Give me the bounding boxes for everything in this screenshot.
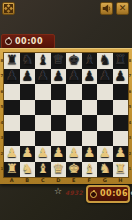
fullscreen-expand-icon <box>4 4 13 13</box>
square-h3[interactable] <box>113 131 129 147</box>
chess-board: 87654321 87654321 ♜♞♝♛♚♝♞♜♟♟♟♟♟♟♟♟♟♟♟♟♟♟… <box>0 48 132 184</box>
square-f1[interactable]: ♝ <box>82 162 98 178</box>
white-pawn[interactable]: ♟ <box>37 146 49 159</box>
square-e6[interactable] <box>66 84 82 100</box>
square-g2[interactable]: ♟ <box>97 146 113 162</box>
black-pawn[interactable]: ♟ <box>83 69 95 82</box>
square-c2[interactable]: ♟ <box>35 146 51 162</box>
square-a2[interactable]: ♟ <box>4 146 20 162</box>
white-king-indicator-icon: ♚ <box>130 189 132 199</box>
sound-button[interactable] <box>100 2 113 15</box>
white-pawn[interactable]: ♟ <box>114 146 126 159</box>
score-value: 4932 <box>65 189 83 196</box>
black-pawn[interactable]: ♟ <box>99 69 111 82</box>
rank-label-3: 3 <box>128 131 132 147</box>
square-c3[interactable] <box>35 131 51 147</box>
rank-label-8: 8 <box>128 53 132 69</box>
square-e7[interactable]: ♟ <box>66 69 82 85</box>
black-pawn[interactable]: ♟ <box>21 69 33 82</box>
square-h8[interactable]: ♜ <box>113 53 129 69</box>
square-b1[interactable]: ♞ <box>20 162 36 178</box>
white-pawn[interactable]: ♟ <box>52 146 64 159</box>
white-timer: 00:06 ♚ <box>86 185 130 203</box>
speaker-icon <box>102 4 111 13</box>
square-e5[interactable] <box>66 100 82 116</box>
square-e4[interactable] <box>66 115 82 131</box>
chess-app: ✕ 00:00 87654321 87654321 ♜♞♝♛♚♝♞♜♟♟♟♟♟♟… <box>0 0 132 220</box>
black-knight[interactable]: ♞ <box>21 53 33 66</box>
square-g1[interactable]: ♞ <box>97 162 113 178</box>
rank-label-5: 5 <box>128 100 132 116</box>
black-queen[interactable]: ♛ <box>52 53 64 66</box>
white-pawn[interactable]: ♟ <box>68 146 80 159</box>
stopwatch-icon <box>90 191 97 198</box>
square-a3[interactable] <box>4 131 20 147</box>
white-bishop[interactable]: ♝ <box>83 162 95 175</box>
square-b4[interactable] <box>20 115 36 131</box>
square-a6[interactable] <box>4 84 20 100</box>
white-queen[interactable]: ♛ <box>52 162 64 175</box>
rank-label-6: 6 <box>128 84 132 100</box>
square-f7[interactable]: ♟ <box>82 69 98 85</box>
square-d4[interactable] <box>51 115 67 131</box>
rank-labels-right: 87654321 <box>128 53 132 177</box>
file-label-f: F <box>82 176 98 184</box>
square-b2[interactable]: ♟ <box>20 146 36 162</box>
stopwatch-icon <box>5 38 12 45</box>
square-a5[interactable] <box>4 100 20 116</box>
square-e8[interactable]: ♚ <box>66 53 82 69</box>
black-pawn[interactable]: ♟ <box>52 69 64 82</box>
square-f6[interactable] <box>82 84 98 100</box>
file-label-h: H <box>113 176 129 184</box>
black-pawn[interactable]: ♟ <box>37 69 49 82</box>
square-d8[interactable]: ♛ <box>51 53 67 69</box>
square-d1[interactable]: ♛ <box>51 162 67 178</box>
white-pawn[interactable]: ♟ <box>6 146 18 159</box>
black-timer: 00:00 <box>1 34 55 49</box>
black-pawn[interactable]: ♟ <box>114 69 126 82</box>
square-a4[interactable] <box>4 115 20 131</box>
square-a1[interactable]: ♜ <box>4 162 20 178</box>
square-c5[interactable] <box>35 100 51 116</box>
square-g4[interactable] <box>97 115 113 131</box>
file-label-c: C <box>35 176 51 184</box>
square-d3[interactable] <box>51 131 67 147</box>
white-knight[interactable]: ♞ <box>99 162 111 175</box>
square-c7[interactable]: ♟ <box>35 69 51 85</box>
black-pawn[interactable]: ♟ <box>68 69 80 82</box>
white-rook[interactable]: ♜ <box>114 162 126 175</box>
black-pawn[interactable]: ♟ <box>6 69 18 82</box>
square-h7[interactable]: ♟ <box>113 69 129 85</box>
square-b8[interactable]: ♞ <box>20 53 36 69</box>
black-bishop[interactable]: ♝ <box>37 53 49 66</box>
square-e3[interactable] <box>66 131 82 147</box>
white-timer-value: 00:06 <box>100 190 128 198</box>
square-c4[interactable] <box>35 115 51 131</box>
square-d2[interactable]: ♟ <box>51 146 67 162</box>
black-bishop[interactable]: ♝ <box>83 53 95 66</box>
square-b6[interactable] <box>20 84 36 100</box>
white-pawn[interactable]: ♟ <box>21 146 33 159</box>
close-button[interactable]: ✕ <box>116 2 129 15</box>
square-h4[interactable] <box>113 115 129 131</box>
rank-label-2: 2 <box>128 146 132 162</box>
square-f4[interactable] <box>82 115 98 131</box>
white-king[interactable]: ♚ <box>68 162 80 175</box>
white-pawn[interactable]: ♟ <box>99 146 111 159</box>
black-rook[interactable]: ♜ <box>6 53 18 66</box>
rank-label-7: 7 <box>128 69 132 85</box>
square-a7[interactable]: ♟ <box>4 69 20 85</box>
square-g8[interactable]: ♞ <box>97 53 113 69</box>
black-timer-value: 00:00 <box>15 38 43 46</box>
black-king[interactable]: ♚ <box>68 53 80 66</box>
square-a8[interactable]: ♜ <box>4 53 20 69</box>
square-b7[interactable]: ♟ <box>20 69 36 85</box>
square-g7[interactable]: ♟ <box>97 69 113 85</box>
square-e2[interactable]: ♟ <box>66 146 82 162</box>
file-label-a: A <box>4 176 20 184</box>
square-d5[interactable] <box>51 100 67 116</box>
square-f3[interactable] <box>82 131 98 147</box>
square-f5[interactable] <box>82 100 98 116</box>
square-g3[interactable] <box>97 131 113 147</box>
rank-label-4: 4 <box>128 115 132 131</box>
square-g5[interactable] <box>97 100 113 116</box>
square-f8[interactable]: ♝ <box>82 53 98 69</box>
close-icon: ✕ <box>119 4 127 13</box>
square-h6[interactable] <box>113 84 129 100</box>
star-icon: ☆ <box>54 187 62 196</box>
file-label-g: G <box>97 176 113 184</box>
black-rook[interactable]: ♜ <box>114 53 126 66</box>
square-c1[interactable]: ♝ <box>35 162 51 178</box>
square-d7[interactable]: ♟ <box>51 69 67 85</box>
square-f2[interactable]: ♟ <box>82 146 98 162</box>
white-bishop[interactable]: ♝ <box>37 162 49 175</box>
square-b5[interactable] <box>20 100 36 116</box>
white-rook[interactable]: ♜ <box>6 162 18 175</box>
square-h1[interactable]: ♜ <box>113 162 129 178</box>
square-h2[interactable]: ♟ <box>113 146 129 162</box>
file-label-d: D <box>51 176 67 184</box>
square-c8[interactable]: ♝ <box>35 53 51 69</box>
file-label-e: E <box>66 176 82 184</box>
white-pawn[interactable]: ♟ <box>83 146 95 159</box>
file-label-b: B <box>20 176 36 184</box>
file-labels: ABCDEFGH <box>4 176 128 184</box>
white-knight[interactable]: ♞ <box>21 162 33 175</box>
fullscreen-expand-button[interactable] <box>2 2 15 15</box>
square-b3[interactable] <box>20 131 36 147</box>
board-grid: ♜♞♝♛♚♝♞♜♟♟♟♟♟♟♟♟♟♟♟♟♟♟♟♟♜♞♝♛♚♝♞♜ <box>4 53 128 177</box>
square-d6[interactable] <box>51 84 67 100</box>
square-e1[interactable]: ♚ <box>66 162 82 178</box>
square-g6[interactable] <box>97 84 113 100</box>
rank-label-1: 1 <box>128 162 132 178</box>
square-c6[interactable] <box>35 84 51 100</box>
black-knight[interactable]: ♞ <box>99 53 111 66</box>
square-h5[interactable] <box>113 100 129 116</box>
